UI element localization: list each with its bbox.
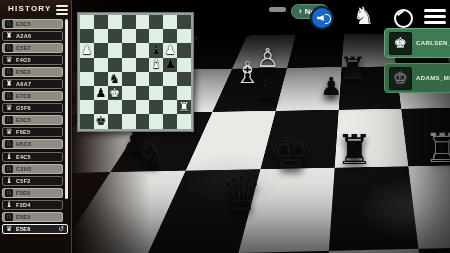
history-header: History <box>0 0 71 17</box>
player-panel-white[interactable]: ♚ Carlsen_M <box>384 28 450 58</box>
board-square <box>136 15 150 29</box>
white-piece-2d: ♝ <box>151 58 162 71</box>
move-text: e4c5 <box>16 154 60 160</box>
board-square: ♞ <box>108 72 122 86</box>
move-text: c3h5 <box>16 166 60 172</box>
move-text: c5f2 <box>16 178 60 184</box>
move-text: g5f6 <box>16 105 60 111</box>
history-row[interactable]: ♞e3c5 <box>2 19 63 29</box>
board-square <box>136 86 150 100</box>
black-piece-icon: ♞ <box>5 213 13 221</box>
history-row[interactable]: ♞e3c5 <box>2 115 63 125</box>
move-text: h5c3 <box>16 141 60 147</box>
white-piece-icon: ♛ <box>5 225 13 233</box>
history-row[interactable]: ♝f2d4 <box>2 200 63 210</box>
board-square <box>136 58 150 72</box>
history-row[interactable]: ♞c5e7 <box>2 43 63 53</box>
board-square <box>122 43 136 57</box>
white-piece-icon: ♛ <box>5 56 13 64</box>
move-text: a2a6 <box>16 33 60 39</box>
history-row[interactable]: ♝e4c5 <box>2 152 63 162</box>
board-square <box>80 15 94 29</box>
white-piece-icon: ♛ <box>5 104 13 112</box>
board-square: ♚ <box>108 86 122 100</box>
board-square <box>149 100 163 114</box>
board-2d-panel: ♟♝♟♝♟♞♟♚♜♚ <box>77 12 194 132</box>
history-row[interactable]: ♞c3h5 <box>2 164 63 174</box>
board-square <box>108 15 122 29</box>
board-square <box>136 72 150 86</box>
board-square <box>122 72 136 86</box>
clock-history-icon: ↺ <box>58 225 64 233</box>
history-title: History <box>8 4 52 13</box>
white-piece-2d: ♟ <box>165 44 176 57</box>
white-piece-2d: ♚ <box>109 87 120 100</box>
player-panel-black[interactable]: ♚ Adams_Mi <box>384 63 450 93</box>
white-piece-2d: ♜ <box>179 101 190 114</box>
app-window: ♗♙♟♟♜♟♞♚♜♛♟♖ History ♞e3c5♜a2a6♞c5e7♛f4g… <box>0 0 450 253</box>
white-piece-2d: ♟ <box>81 44 92 57</box>
board-square <box>122 15 136 29</box>
history-row[interactable]: ♛f4g5 <box>2 55 63 65</box>
black-king-icon: ♚ <box>389 67 412 90</box>
player-white-name: Carlsen_M <box>416 40 450 46</box>
white-piece-icon: ♝ <box>5 201 13 209</box>
board-square <box>149 86 163 100</box>
board-square: ♟ <box>94 86 108 100</box>
history-row[interactable]: ♞h5c3 <box>2 139 63 149</box>
board-square <box>163 114 177 128</box>
history-row[interactable]: ♛f6e5 <box>2 127 63 137</box>
board-square <box>94 72 108 86</box>
board-square <box>177 43 191 57</box>
move-text: f5e6 <box>16 190 60 196</box>
black-piece-icon: ♞ <box>5 140 13 148</box>
history-menu-icon[interactable] <box>56 3 68 17</box>
board-square <box>80 100 94 114</box>
history-row[interactable]: ♝c5f2 <box>2 176 63 186</box>
board-square <box>177 86 191 100</box>
board-square <box>163 86 177 100</box>
knight-icon[interactable]: ♞ <box>353 4 375 28</box>
board-square <box>149 114 163 128</box>
board-square <box>122 100 136 114</box>
black-piece-icon: ♞ <box>5 189 13 197</box>
board-square <box>163 15 177 29</box>
move-text: f6e5 <box>16 129 60 135</box>
move-text: e3c5 <box>16 21 60 27</box>
history-scrollbar[interactable] <box>65 19 69 199</box>
history-panel: History ♞e3c5♜a2a6♞c5e7♛f4g5♞f5e3♜a6a7♞e… <box>0 0 72 253</box>
board-square <box>108 58 122 72</box>
board-square: ♚ <box>94 114 108 128</box>
black-piece-icon: ♞ <box>5 116 13 124</box>
board-2d: ♟♝♟♝♟♞♟♚♜♚ <box>80 15 191 129</box>
white-piece-icon: ♜ <box>5 80 13 88</box>
player-black-name: Adams_Mi <box>416 75 450 81</box>
board-square <box>80 58 94 72</box>
board-square <box>122 58 136 72</box>
board-square <box>149 15 163 29</box>
speaker-icon[interactable] <box>310 6 334 30</box>
board-square: ♟ <box>163 58 177 72</box>
board-square <box>94 43 108 57</box>
history-row[interactable]: ♜a2a6 <box>2 31 63 41</box>
black-piece-icon: ♞ <box>5 165 13 173</box>
board-square <box>149 72 163 86</box>
white-piece-icon: ♝ <box>5 153 13 161</box>
move-text: f4g5 <box>16 57 60 63</box>
board-square <box>177 29 191 43</box>
board-square <box>122 86 136 100</box>
board-square <box>108 100 122 114</box>
black-piece-2d: ♚ <box>95 115 106 128</box>
black-piece-2d: ♟ <box>165 58 176 71</box>
board-square <box>136 43 150 57</box>
board-square <box>177 15 191 29</box>
timer-icon[interactable] <box>394 9 413 28</box>
board-square <box>122 29 136 43</box>
white-piece-icon: ♛ <box>5 128 13 136</box>
chevron-right-icon: › <box>299 7 302 16</box>
hamburger-menu-icon[interactable] <box>424 6 446 27</box>
speaker-wave <box>325 14 331 24</box>
black-piece-icon: ♞ <box>5 44 13 52</box>
move-text: e3c5 <box>16 117 60 123</box>
board-square <box>80 114 94 128</box>
board-square: ♟ <box>80 43 94 57</box>
board-square <box>80 72 94 86</box>
move-text: a6a7 <box>16 81 60 87</box>
board-square <box>94 58 108 72</box>
black-piece-2d: ♟ <box>95 87 106 100</box>
board-square <box>163 72 177 86</box>
move-text: e7c8 <box>16 93 60 99</box>
white-piece-icon: ♜ <box>5 32 13 40</box>
history-row[interactable]: ♛g5f6 <box>2 103 63 113</box>
history-move-list: ♞e3c5♜a2a6♞c5e7♛f4g5♞f5e3♜a6a7♞e7c8♛g5f6… <box>2 19 63 236</box>
black-piece-icon: ♞ <box>5 20 13 28</box>
move-text: f2d4 <box>16 202 60 208</box>
board-square: ♜ <box>177 100 191 114</box>
board-square <box>136 29 150 43</box>
board-square <box>94 15 108 29</box>
board-square <box>108 29 122 43</box>
playback-progress-bar[interactable] <box>269 7 286 12</box>
board-square <box>136 100 150 114</box>
history-row[interactable]: ♜a6a7 <box>2 79 63 89</box>
board-square <box>122 114 136 128</box>
white-piece-icon: ♝ <box>5 177 13 185</box>
history-row[interactable]: ♞f5e6 <box>2 188 63 198</box>
history-row[interactable]: ♞f5e3 <box>2 67 63 77</box>
move-text: e6e5 <box>16 214 60 220</box>
board-square <box>136 114 150 128</box>
black-piece-2d: ♝ <box>151 44 162 57</box>
board-square: ♝ <box>149 58 163 72</box>
move-text: c5e7 <box>16 45 60 51</box>
board-square <box>163 100 177 114</box>
board-square <box>108 114 122 128</box>
history-row[interactable]: ♞e6e5 <box>2 212 63 222</box>
white-king-icon: ♚ <box>389 32 412 55</box>
black-piece-2d: ♞ <box>109 73 120 86</box>
history-row[interactable]: ♛e5e6↺ <box>2 224 68 234</box>
board-square <box>177 58 191 72</box>
board-square <box>177 72 191 86</box>
board-square <box>177 114 191 128</box>
history-row[interactable]: ♞e7c8 <box>2 91 63 101</box>
move-text: e5e6 <box>16 226 58 232</box>
move-text: f5e3 <box>16 69 60 75</box>
board-square <box>80 86 94 100</box>
board-square <box>108 43 122 57</box>
black-piece-icon: ♞ <box>5 92 13 100</box>
board-square <box>94 29 108 43</box>
black-piece-icon: ♞ <box>5 68 13 76</box>
